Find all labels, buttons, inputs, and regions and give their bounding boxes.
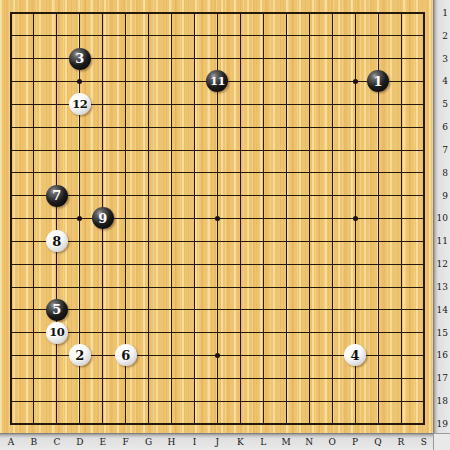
column-label-D: D <box>68 433 91 450</box>
go-stone-9-black[interactable]: 9 <box>92 207 114 229</box>
star-point-dot <box>77 216 82 221</box>
intersection-D5[interactable]: 12 <box>68 93 91 116</box>
column-label-E: E <box>91 433 114 450</box>
coordinate-strip-right: 12345678910111213141516171819 <box>433 0 450 433</box>
intersection-C15[interactable]: 10 <box>45 321 68 344</box>
row-label-9: 9 <box>433 184 450 207</box>
row-label-2: 2 <box>433 24 450 47</box>
row-label-14: 14 <box>433 298 450 321</box>
star-point <box>68 207 91 230</box>
row-label-16: 16 <box>433 344 450 367</box>
star-point-dot <box>77 79 82 84</box>
row-label-11: 11 <box>433 230 450 253</box>
intersection-Q4[interactable]: 1 <box>367 70 390 93</box>
row-label-17: 17 <box>433 367 450 390</box>
column-label-K: K <box>229 433 252 450</box>
go-stone-3-black[interactable]: 3 <box>69 48 91 70</box>
star-point-dot <box>353 79 358 84</box>
coordinate-strip-bottom: ABCDEFGHIJKLMNOPQRS <box>0 433 433 450</box>
corner-spacer <box>433 433 450 450</box>
row-labels: 12345678910111213141516171819 <box>433 2 450 436</box>
go-stone-6-white[interactable]: 6 <box>115 344 137 366</box>
intersection-C11[interactable]: 8 <box>45 230 68 253</box>
column-label-B: B <box>22 433 45 450</box>
column-label-O: O <box>321 433 344 450</box>
row-label-1: 1 <box>433 2 450 25</box>
stone-move-number: 7 <box>52 189 61 202</box>
column-label-I: I <box>183 433 206 450</box>
column-label-P: P <box>344 433 367 450</box>
stone-move-number: 3 <box>75 52 84 65</box>
intersection-D16[interactable]: 2 <box>68 344 91 367</box>
intersection-C14[interactable]: 5 <box>45 298 68 321</box>
intersection-F16[interactable]: 6 <box>114 344 137 367</box>
column-label-F: F <box>114 433 137 450</box>
go-stone-1-black[interactable]: 1 <box>367 70 389 92</box>
intersection-D3[interactable]: 3 <box>68 47 91 70</box>
intersection-J4[interactable]: 11 <box>206 70 229 93</box>
intersection-C9[interactable]: 7 <box>45 184 68 207</box>
column-label-Q: Q <box>367 433 390 450</box>
column-label-G: G <box>137 433 160 450</box>
row-label-12: 12 <box>433 253 450 276</box>
row-label-3: 3 <box>433 47 450 70</box>
star-point <box>344 70 367 93</box>
stone-move-number: 12 <box>72 99 87 111</box>
row-label-13: 13 <box>433 276 450 299</box>
intersection-P16[interactable]: 4 <box>344 344 367 367</box>
go-board[interactable]: 123456789101112 <box>0 0 433 433</box>
row-label-7: 7 <box>433 139 450 162</box>
stone-move-number: 11 <box>210 76 225 88</box>
go-stone-8-white[interactable]: 8 <box>46 230 68 252</box>
star-point-dot <box>215 216 220 221</box>
go-stone-2-white[interactable]: 2 <box>69 344 91 366</box>
column-label-N: N <box>298 433 321 450</box>
go-stone-5-black[interactable]: 5 <box>46 299 68 321</box>
star-point <box>206 207 229 230</box>
stone-move-number: 4 <box>351 349 360 362</box>
go-stone-4-white[interactable]: 4 <box>344 344 366 366</box>
board-intersections[interactable]: 123456789101112 <box>0 2 435 436</box>
row-label-18: 18 <box>433 390 450 413</box>
go-app-window: 123456789101112 ABCDEFGHIJKLMNOPQRS 1234… <box>0 0 450 450</box>
column-label-H: H <box>160 433 183 450</box>
column-label-S: S <box>412 433 435 450</box>
go-stone-12-white[interactable]: 12 <box>69 93 91 115</box>
row-label-6: 6 <box>433 116 450 139</box>
row-label-8: 8 <box>433 161 450 184</box>
stone-move-number: 5 <box>52 303 61 316</box>
go-stone-7-black[interactable]: 7 <box>46 185 68 207</box>
column-label-R: R <box>389 433 412 450</box>
stone-move-number: 9 <box>98 212 107 225</box>
row-label-15: 15 <box>433 321 450 344</box>
stone-move-number: 8 <box>52 235 61 248</box>
go-stone-11-black[interactable]: 11 <box>206 70 228 92</box>
column-label-A: A <box>0 433 22 450</box>
star-point <box>68 70 91 93</box>
column-label-M: M <box>275 433 298 450</box>
stone-move-number: 2 <box>75 349 84 362</box>
column-label-J: J <box>206 433 229 450</box>
row-label-5: 5 <box>433 93 450 116</box>
column-label-L: L <box>252 433 275 450</box>
stone-move-number: 1 <box>373 75 382 88</box>
column-label-C: C <box>45 433 68 450</box>
stone-move-number: 6 <box>121 349 130 362</box>
stone-move-number: 10 <box>49 327 64 339</box>
star-point-dot <box>215 353 220 358</box>
row-label-19: 19 <box>433 413 450 436</box>
star-point-dot <box>353 216 358 221</box>
column-labels: ABCDEFGHIJKLMNOPQRS <box>0 433 435 450</box>
go-stone-10-white[interactable]: 10 <box>46 322 68 344</box>
star-point <box>344 207 367 230</box>
intersection-E10[interactable]: 9 <box>91 207 114 230</box>
row-label-4: 4 <box>433 70 450 93</box>
row-label-10: 10 <box>433 207 450 230</box>
star-point <box>206 344 229 367</box>
